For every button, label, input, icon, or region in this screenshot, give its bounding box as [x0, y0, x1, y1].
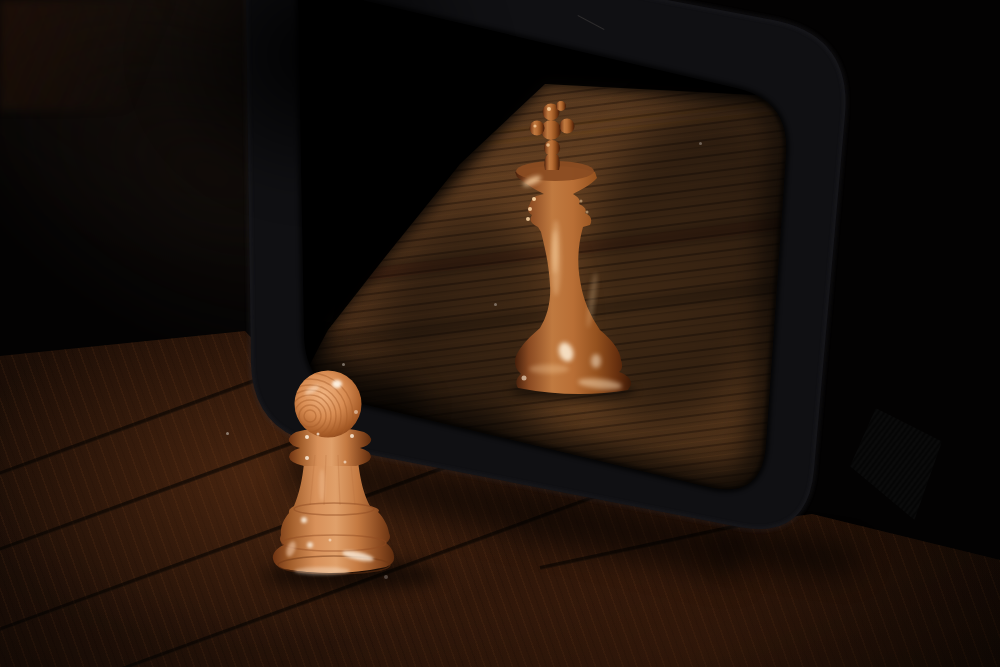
- dust-speck: [342, 363, 345, 366]
- chess-pawn-foreground: [0, 0, 1000, 667]
- dust-speck: [494, 303, 497, 306]
- pawn-body-group: [267, 371, 394, 576]
- dust-speck: [226, 432, 229, 435]
- photo-scene: [0, 0, 1000, 667]
- dust-speck: [699, 142, 702, 145]
- dust-speck: [384, 575, 388, 579]
